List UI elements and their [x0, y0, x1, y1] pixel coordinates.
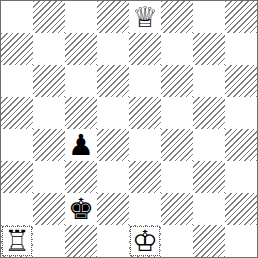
square-a1[interactable]: ♖	[1, 225, 33, 257]
square-c3[interactable]	[65, 161, 97, 193]
square-e1[interactable]: ♔	[129, 225, 161, 257]
square-b7[interactable]	[33, 33, 65, 65]
square-g6[interactable]	[193, 65, 225, 97]
square-b3[interactable]	[33, 161, 65, 193]
square-f8[interactable]	[161, 1, 193, 33]
square-h4[interactable]	[225, 129, 257, 161]
square-c1[interactable]	[65, 225, 97, 257]
square-d8[interactable]	[97, 1, 129, 33]
square-g5[interactable]	[193, 97, 225, 129]
square-g3[interactable]	[193, 161, 225, 193]
square-h6[interactable]	[225, 65, 257, 97]
square-e2[interactable]	[129, 193, 161, 225]
square-g8[interactable]	[193, 1, 225, 33]
square-e7[interactable]	[129, 33, 161, 65]
square-f3[interactable]	[161, 161, 193, 193]
chess-board-frame: ♕♟♚♖♔	[0, 0, 258, 258]
square-a8[interactable]	[1, 1, 33, 33]
square-g4[interactable]	[193, 129, 225, 161]
square-a4[interactable]	[1, 129, 33, 161]
square-h5[interactable]	[225, 97, 257, 129]
square-g7[interactable]	[193, 33, 225, 65]
square-c7[interactable]	[65, 33, 97, 65]
square-g1[interactable]	[193, 225, 225, 257]
square-b4[interactable]	[33, 129, 65, 161]
square-c2[interactable]: ♚	[65, 193, 97, 225]
square-f4[interactable]	[161, 129, 193, 161]
square-g2[interactable]	[193, 193, 225, 225]
square-f1[interactable]	[161, 225, 193, 257]
square-h7[interactable]	[225, 33, 257, 65]
square-a5[interactable]	[1, 97, 33, 129]
square-h8[interactable]	[225, 1, 257, 33]
black-pawn-piece: ♟	[68, 129, 94, 161]
square-f5[interactable]	[161, 97, 193, 129]
square-e4[interactable]	[129, 129, 161, 161]
square-b6[interactable]	[33, 65, 65, 97]
square-h2[interactable]	[225, 193, 257, 225]
square-f6[interactable]	[161, 65, 193, 97]
square-e5[interactable]	[129, 97, 161, 129]
square-c8[interactable]	[65, 1, 97, 33]
square-h3[interactable]	[225, 161, 257, 193]
white-queen-piece: ♕	[132, 1, 158, 33]
white-king-piece: ♔	[132, 225, 158, 257]
square-a2[interactable]	[1, 193, 33, 225]
square-a6[interactable]	[1, 65, 33, 97]
black-king-piece: ♚	[68, 193, 94, 225]
square-c4[interactable]: ♟	[65, 129, 97, 161]
white-rook-piece: ♖	[4, 225, 30, 257]
square-a3[interactable]	[1, 161, 33, 193]
square-d1[interactable]	[97, 225, 129, 257]
square-d5[interactable]	[97, 97, 129, 129]
square-d7[interactable]	[97, 33, 129, 65]
square-d3[interactable]	[97, 161, 129, 193]
square-h1[interactable]	[225, 225, 257, 257]
square-a7[interactable]	[1, 33, 33, 65]
square-f7[interactable]	[161, 33, 193, 65]
square-f2[interactable]	[161, 193, 193, 225]
square-e6[interactable]	[129, 65, 161, 97]
chess-board: ♕♟♚♖♔	[1, 1, 257, 257]
square-c6[interactable]	[65, 65, 97, 97]
square-e3[interactable]	[129, 161, 161, 193]
square-d4[interactable]	[97, 129, 129, 161]
square-b1[interactable]	[33, 225, 65, 257]
square-b2[interactable]	[33, 193, 65, 225]
square-d6[interactable]	[97, 65, 129, 97]
square-e8[interactable]: ♕	[129, 1, 161, 33]
square-b5[interactable]	[33, 97, 65, 129]
square-b8[interactable]	[33, 1, 65, 33]
square-c5[interactable]	[65, 97, 97, 129]
square-d2[interactable]	[97, 193, 129, 225]
